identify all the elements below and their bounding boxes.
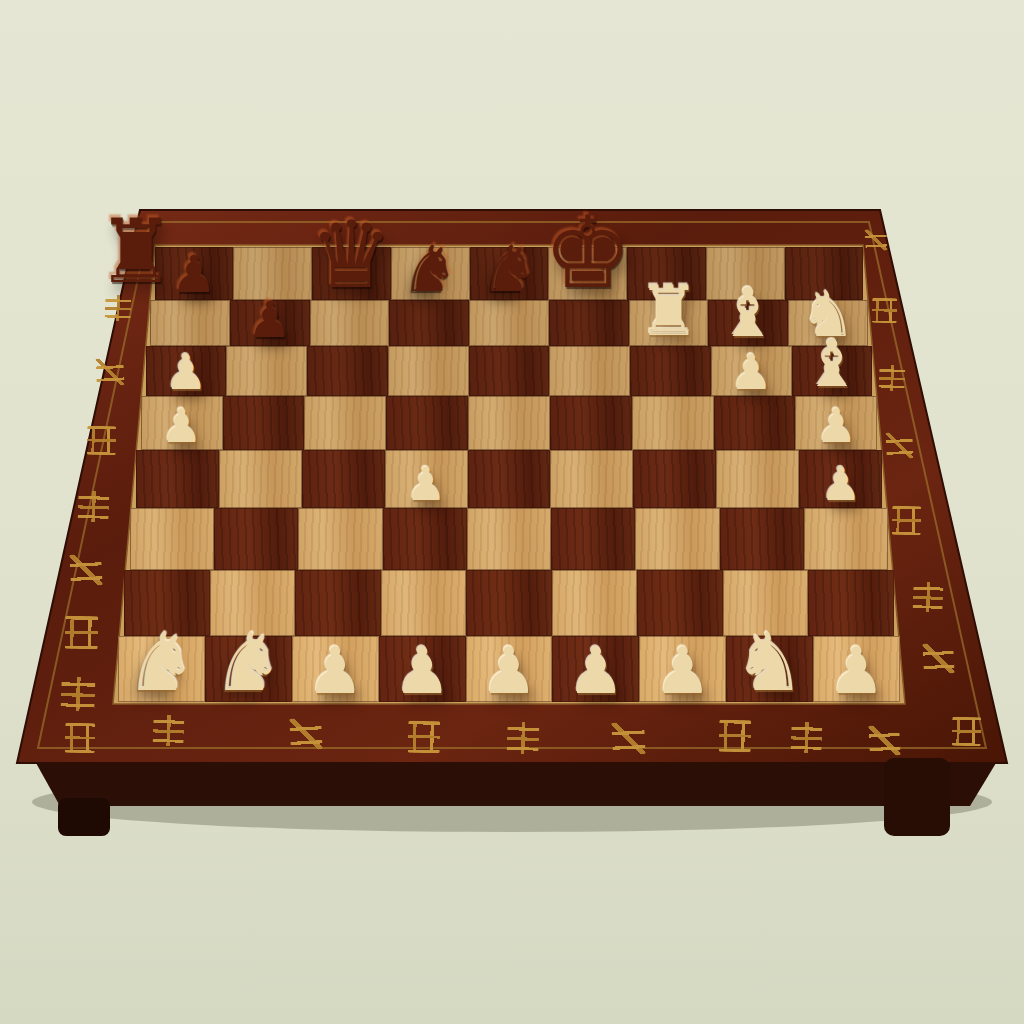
board-row <box>136 450 883 508</box>
scene: ♟♛♞♞♚♟♜♝♞♟♟♝♟♟♟♟♞♞♟♟♟♟♟♞♟♜ <box>0 0 1024 1024</box>
square[interactable] <box>469 346 550 396</box>
square[interactable] <box>635 508 719 570</box>
square[interactable] <box>550 396 632 450</box>
piece-light-pawn[interactable]: ♟ <box>816 403 858 449</box>
piece-dark-pawn[interactable]: ♟ <box>171 249 217 300</box>
square[interactable] <box>466 570 552 636</box>
piece-light-pawn[interactable]: ♟ <box>820 462 861 508</box>
square[interactable] <box>295 570 381 636</box>
board-row <box>141 396 877 450</box>
square[interactable] <box>468 396 550 450</box>
piece-light-pawn[interactable]: ♟ <box>828 639 885 703</box>
square[interactable] <box>637 570 723 636</box>
square[interactable] <box>136 450 219 508</box>
piece-dark-pawn[interactable]: ♟ <box>247 296 291 346</box>
square[interactable] <box>468 450 551 508</box>
square[interactable] <box>307 346 388 396</box>
piece-dark-rook[interactable]: ♜ <box>97 208 176 296</box>
square[interactable] <box>302 450 385 508</box>
piece-light-bishop[interactable]: ♝ <box>803 332 861 397</box>
piece-light-pawn[interactable]: ♟ <box>730 348 773 396</box>
square[interactable] <box>714 396 796 450</box>
piece-light-pawn[interactable]: ♟ <box>406 462 447 508</box>
square[interactable] <box>383 508 467 570</box>
square[interactable] <box>386 396 468 450</box>
piece-dark-knight[interactable]: ♞ <box>402 237 459 301</box>
chess-board <box>0 0 1024 1024</box>
square[interactable] <box>551 508 635 570</box>
piece-light-pawn[interactable]: ♟ <box>164 348 207 396</box>
square[interactable] <box>630 346 711 396</box>
square[interactable] <box>550 450 633 508</box>
square[interactable] <box>469 300 549 346</box>
piece-light-knight[interactable]: ♞ <box>734 623 806 703</box>
square[interactable] <box>632 396 714 450</box>
piece-light-knight[interactable]: ♞ <box>126 623 198 703</box>
square[interactable] <box>304 396 386 450</box>
square[interactable] <box>226 346 307 396</box>
piece-light-pawn[interactable]: ♟ <box>480 639 537 703</box>
square[interactable] <box>130 508 214 570</box>
square[interactable] <box>552 570 638 636</box>
piece-dark-knight[interactable]: ♞ <box>480 237 537 301</box>
piece-light-pawn[interactable]: ♟ <box>393 639 450 703</box>
piece-dark-queen[interactable]: ♛ <box>310 209 393 302</box>
square[interactable] <box>150 300 230 346</box>
square[interactable] <box>389 300 469 346</box>
square[interactable] <box>467 508 551 570</box>
piece-light-rook[interactable]: ♜ <box>637 277 699 346</box>
board-row <box>130 508 888 570</box>
square[interactable] <box>549 346 630 396</box>
square[interactable] <box>381 570 467 636</box>
piece-light-pawn[interactable]: ♟ <box>567 639 624 703</box>
piece-light-pawn[interactable]: ♟ <box>307 639 364 703</box>
square[interactable] <box>633 450 716 508</box>
square[interactable] <box>223 396 305 450</box>
square[interactable] <box>720 508 804 570</box>
piece-light-knight[interactable]: ♞ <box>213 623 285 703</box>
piece-light-pawn[interactable]: ♟ <box>161 403 203 449</box>
square[interactable] <box>388 346 469 396</box>
square[interactable] <box>808 570 894 636</box>
square[interactable] <box>804 508 888 570</box>
piece-dark-king[interactable]: ♚ <box>543 203 632 302</box>
piece-light-pawn[interactable]: ♟ <box>654 639 711 703</box>
piece-light-bishop[interactable]: ♝ <box>718 280 778 347</box>
square[interactable] <box>716 450 799 508</box>
square[interactable] <box>214 508 298 570</box>
square[interactable] <box>219 450 302 508</box>
square[interactable] <box>298 508 382 570</box>
